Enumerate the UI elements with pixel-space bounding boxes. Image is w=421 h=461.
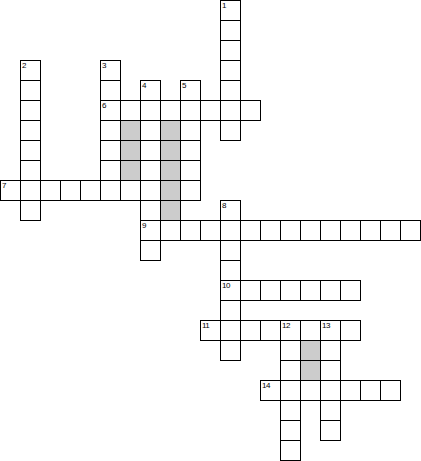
clue-number: 11 (202, 321, 209, 330)
grid-cell[interactable]: 3 (100, 60, 121, 81)
shaded-cell[interactable] (160, 160, 181, 181)
grid-cell[interactable] (280, 380, 301, 401)
clue-number: 12 (282, 321, 290, 330)
grid-cell[interactable] (220, 300, 241, 321)
grid-cell[interactable] (340, 320, 361, 341)
grid-cell[interactable] (20, 140, 41, 161)
grid-cell[interactable] (220, 120, 241, 141)
grid-cell[interactable] (180, 160, 201, 181)
grid-cell[interactable] (320, 220, 341, 241)
grid-cell[interactable] (140, 160, 161, 181)
grid-cell[interactable] (280, 220, 301, 241)
grid-cell[interactable] (280, 440, 301, 461)
grid-cell[interactable]: 14 (260, 380, 281, 401)
grid-cell[interactable] (140, 120, 161, 141)
grid-cell[interactable]: 13 (320, 320, 341, 341)
grid-cell[interactable]: 11 (200, 320, 221, 341)
grid-cell[interactable] (100, 80, 121, 101)
grid-cell[interactable] (240, 100, 261, 121)
grid-cell[interactable] (140, 100, 161, 121)
shaded-cell[interactable] (120, 120, 141, 141)
grid-cell[interactable] (220, 80, 241, 101)
grid-cell[interactable] (300, 380, 321, 401)
grid-cell[interactable] (360, 380, 381, 401)
grid-cell[interactable] (160, 220, 181, 241)
clue-number: 13 (322, 321, 330, 330)
grid-cell[interactable] (340, 380, 361, 401)
grid-cell[interactable] (200, 100, 221, 121)
grid-cell[interactable] (80, 180, 101, 201)
grid-cell[interactable] (180, 180, 201, 201)
grid-cell[interactable] (100, 180, 121, 201)
grid-cell[interactable] (100, 160, 121, 181)
grid-cell[interactable] (20, 120, 41, 141)
clue-number: 10 (222, 281, 230, 290)
grid-cell[interactable] (320, 360, 341, 381)
grid-cell[interactable] (140, 240, 161, 261)
grid-cell[interactable] (220, 260, 241, 281)
shaded-cell[interactable] (160, 120, 181, 141)
grid-cell[interactable] (220, 220, 241, 241)
grid-cell[interactable] (20, 200, 41, 221)
clue-number: 3 (102, 61, 106, 70)
grid-cell[interactable]: 9 (140, 220, 161, 241)
clue-number: 1 (222, 1, 226, 10)
grid-cell[interactable] (320, 380, 341, 401)
grid-cell[interactable] (280, 360, 301, 381)
grid-cell[interactable] (320, 340, 341, 361)
grid-cell[interactable]: 2 (20, 60, 41, 81)
clue-number: 14 (262, 381, 270, 390)
grid-cell[interactable] (260, 280, 281, 301)
grid-cell[interactable] (380, 220, 401, 241)
grid-cell[interactable] (220, 320, 241, 341)
clue-number: 6 (102, 101, 106, 110)
grid-cell[interactable]: 10 (220, 280, 241, 301)
grid-cell[interactable] (180, 100, 201, 121)
clue-number: 4 (142, 81, 146, 90)
grid-cell[interactable] (40, 180, 61, 201)
grid-cell[interactable] (380, 380, 401, 401)
grid-cell[interactable] (200, 220, 221, 241)
grid-cell[interactable]: 4 (140, 80, 161, 101)
grid-cell[interactable] (120, 100, 141, 121)
grid-cell[interactable] (140, 180, 161, 201)
shaded-cell[interactable] (160, 200, 181, 221)
grid-cell[interactable] (140, 200, 161, 221)
grid-cell[interactable] (260, 220, 281, 241)
grid-cell[interactable] (240, 280, 261, 301)
grid-cell[interactable] (400, 220, 421, 241)
grid-cell[interactable] (220, 240, 241, 261)
grid-cell[interactable] (180, 220, 201, 241)
shaded-cell[interactable] (120, 160, 141, 181)
grid-cell[interactable] (60, 180, 81, 201)
grid-cell[interactable] (320, 400, 341, 421)
grid-cell[interactable] (240, 220, 261, 241)
clue-number: 9 (142, 221, 146, 230)
grid-cell[interactable] (100, 120, 121, 141)
grid-cell[interactable] (280, 420, 301, 441)
grid-cell[interactable] (220, 20, 241, 41)
grid-cell[interactable] (260, 320, 281, 341)
grid-cell[interactable]: 6 (100, 100, 121, 121)
grid-cell[interactable] (300, 220, 321, 241)
grid-cell[interactable]: 8 (220, 200, 241, 221)
grid-cell[interactable] (340, 280, 361, 301)
shaded-cell[interactable] (300, 360, 321, 381)
grid-cell[interactable] (300, 280, 321, 301)
grid-cell[interactable] (320, 420, 341, 441)
grid-cell[interactable] (220, 340, 241, 361)
clue-number: 8 (222, 201, 226, 210)
grid-cell[interactable]: 12 (280, 320, 301, 341)
shaded-cell[interactable] (120, 140, 141, 161)
grid-cell[interactable] (20, 180, 41, 201)
crossword-grid: 1234567891011121314 (0, 0, 421, 461)
grid-cell[interactable]: 5 (180, 80, 201, 101)
grid-cell[interactable] (120, 180, 141, 201)
grid-cell[interactable] (240, 320, 261, 341)
grid-cell[interactable] (140, 140, 161, 161)
grid-cell[interactable] (220, 100, 241, 121)
grid-cell[interactable] (360, 220, 381, 241)
grid-cell[interactable] (180, 120, 201, 141)
grid-cell[interactable] (180, 140, 201, 161)
grid-cell[interactable] (100, 140, 121, 161)
grid-cell[interactable] (160, 100, 181, 121)
grid-cell[interactable] (20, 100, 41, 121)
shaded-cell[interactable] (160, 140, 181, 161)
shaded-cell[interactable] (160, 180, 181, 201)
grid-cell[interactable] (300, 320, 321, 341)
clue-number: 5 (182, 81, 186, 90)
grid-cell[interactable]: 7 (0, 180, 21, 201)
grid-cell[interactable] (20, 160, 41, 181)
grid-cell[interactable] (280, 340, 301, 361)
grid-cell[interactable] (320, 280, 341, 301)
grid-cell[interactable] (280, 280, 301, 301)
grid-cell[interactable] (20, 80, 41, 101)
grid-cell[interactable] (280, 400, 301, 421)
shaded-cell[interactable] (300, 340, 321, 361)
grid-cell[interactable] (220, 60, 241, 81)
grid-cell[interactable]: 1 (220, 0, 241, 21)
grid-cell[interactable] (220, 40, 241, 61)
grid-cell[interactable] (340, 220, 361, 241)
clue-number: 7 (2, 181, 6, 190)
clue-number: 2 (22, 61, 26, 70)
